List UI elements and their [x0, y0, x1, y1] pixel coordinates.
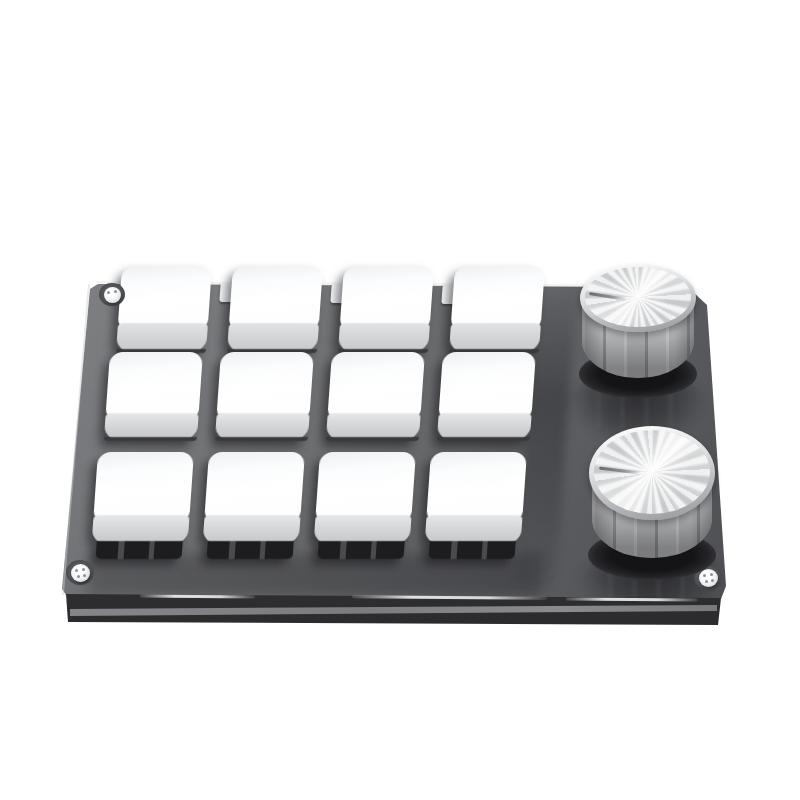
keycap-top-face — [426, 452, 527, 520]
keycap-front-face — [326, 413, 421, 439]
keycap-top-face — [451, 266, 545, 328]
keycap-r1c4 — [449, 266, 545, 353]
screw-pin-hole — [82, 568, 85, 571]
keycap-r2c2 — [215, 352, 314, 441]
screw-pin-hole — [710, 573, 713, 576]
keycap-front-face — [92, 515, 190, 543]
bottom-knob-brushed-top — [594, 430, 710, 514]
keycap-r2c3 — [326, 352, 425, 441]
keycap-top-face — [216, 352, 314, 418]
keycap-switch-base — [318, 541, 405, 559]
keycap-r1c1 — [116, 266, 212, 353]
keycap-front-face — [449, 323, 541, 351]
keycap-top-face — [204, 452, 305, 520]
keycap-front-face — [104, 413, 199, 439]
keycap-top-face — [327, 352, 425, 418]
product-photo-stage — [0, 0, 800, 800]
screw-head — [104, 287, 121, 303]
keycap-top-face — [315, 452, 416, 520]
screw-pin-hole — [107, 291, 110, 294]
keycap-top-face — [229, 266, 323, 328]
keycap-top-face — [340, 266, 434, 328]
keycap-switch-base — [96, 541, 183, 559]
keycap-front-face — [338, 323, 430, 351]
keycap-seam — [437, 437, 530, 441]
keycap-switch-base — [207, 541, 294, 559]
screw-pin-hole — [711, 579, 714, 582]
keycap-front-face — [116, 323, 208, 351]
keycap-top-face — [93, 452, 194, 520]
keycap-r3c1 — [91, 452, 194, 559]
screw-pin-hole — [83, 574, 86, 577]
keycap-top-face — [438, 352, 536, 418]
keycap-front-face — [425, 515, 523, 543]
keycap-r3c3 — [313, 452, 416, 559]
keycap-front-face — [203, 515, 301, 543]
screw-pin-hole — [77, 575, 80, 578]
keycap-switch-base — [429, 541, 516, 559]
keycap-top-face — [105, 352, 203, 418]
keycap-seam — [215, 437, 308, 441]
screw-head — [71, 564, 90, 582]
keycap-front-face — [437, 413, 532, 439]
keycap-r2c1 — [104, 352, 203, 441]
screw-pin-hole — [114, 290, 117, 293]
keycap-r3c2 — [202, 452, 305, 559]
keycap-r1c2 — [227, 266, 323, 353]
keycap-front-face — [314, 515, 412, 543]
top-knob-brushed-top — [585, 267, 691, 327]
keycap-r3c4 — [424, 452, 527, 559]
keycap-top-face — [118, 266, 212, 328]
screw-head — [699, 569, 718, 587]
screw-pin-hole — [703, 574, 706, 577]
bottom-knob-glare — [594, 430, 710, 514]
screw-pin-hole — [75, 569, 78, 572]
keycap-r2c4 — [437, 352, 536, 441]
keycap-front-face — [227, 323, 319, 351]
keycap-seam — [104, 437, 197, 441]
screw-pin-hole — [705, 580, 708, 583]
keycap-seam — [326, 437, 419, 441]
keycap-front-face — [215, 413, 310, 439]
keycap-r1c3 — [338, 266, 434, 353]
